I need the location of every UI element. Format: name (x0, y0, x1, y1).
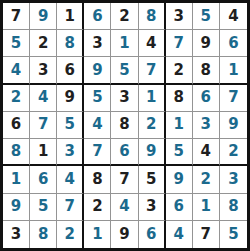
sudoku-cell-r6c6[interactable]: 9 (139, 139, 166, 166)
sudoku-cell-r1c8[interactable]: 5 (193, 3, 220, 30)
sudoku-cell-r5c3[interactable]: 5 (57, 112, 84, 139)
sudoku-cell-r5c7[interactable]: 1 (166, 112, 193, 139)
sudoku-cell-r6c4[interactable]: 7 (84, 139, 111, 166)
sudoku-cell-r6c5[interactable]: 6 (111, 139, 138, 166)
sudoku-cell-r6c8[interactable]: 4 (193, 139, 220, 166)
sudoku-cell-r3c3[interactable]: 6 (57, 57, 84, 84)
sudoku-cell-r5c5[interactable]: 8 (111, 112, 138, 139)
sudoku-cell-r9c6[interactable]: 6 (139, 221, 166, 248)
sudoku-cell-r2c1[interactable]: 5 (3, 30, 30, 57)
sudoku-cell-r9c8[interactable]: 7 (193, 221, 220, 248)
sudoku-cell-r6c9[interactable]: 2 (220, 139, 247, 166)
sudoku-cell-r2c7[interactable]: 7 (166, 30, 193, 57)
sudoku-cell-r3c5[interactable]: 5 (111, 57, 138, 84)
sudoku-cell-r3c2[interactable]: 3 (30, 57, 57, 84)
sudoku-cell-r2c8[interactable]: 9 (193, 30, 220, 57)
sudoku-cell-r3c9[interactable]: 1 (220, 57, 247, 84)
sudoku-cell-r4c6[interactable]: 1 (139, 85, 166, 112)
sudoku-cell-r8c9[interactable]: 8 (220, 194, 247, 221)
sudoku-cell-r8c3[interactable]: 7 (57, 194, 84, 221)
sudoku-cell-r8c1[interactable]: 9 (3, 194, 30, 221)
sudoku-cell-r5c2[interactable]: 7 (30, 112, 57, 139)
sudoku-cell-r4c5[interactable]: 3 (111, 85, 138, 112)
sudoku-cell-r4c2[interactable]: 4 (30, 85, 57, 112)
sudoku-board: 7916283545283147964369572812495318676754… (0, 0, 250, 251)
sudoku-cell-r4c9[interactable]: 7 (220, 85, 247, 112)
sudoku-cell-r9c9[interactable]: 5 (220, 221, 247, 248)
sudoku-cell-r5c6[interactable]: 2 (139, 112, 166, 139)
sudoku-cell-r3c6[interactable]: 7 (139, 57, 166, 84)
sudoku-cell-r7c9[interactable]: 3 (220, 166, 247, 193)
sudoku-cell-r6c7[interactable]: 5 (166, 139, 193, 166)
sudoku-cell-r3c1[interactable]: 4 (3, 57, 30, 84)
sudoku-cell-r3c4[interactable]: 9 (84, 57, 111, 84)
sudoku-cell-r2c3[interactable]: 8 (57, 30, 84, 57)
sudoku-cell-r7c5[interactable]: 7 (111, 166, 138, 193)
sudoku-cell-r4c1[interactable]: 2 (3, 85, 30, 112)
sudoku-cell-r8c6[interactable]: 3 (139, 194, 166, 221)
sudoku-cell-r3c7[interactable]: 2 (166, 57, 193, 84)
sudoku-cell-r4c4[interactable]: 5 (84, 85, 111, 112)
sudoku-cell-r1c9[interactable]: 4 (220, 3, 247, 30)
sudoku-cell-r5c8[interactable]: 3 (193, 112, 220, 139)
sudoku-cell-r8c8[interactable]: 1 (193, 194, 220, 221)
sudoku-cell-r7c3[interactable]: 4 (57, 166, 84, 193)
sudoku-cell-r2c6[interactable]: 4 (139, 30, 166, 57)
sudoku-cell-r4c3[interactable]: 9 (57, 85, 84, 112)
sudoku-cell-r9c1[interactable]: 3 (3, 221, 30, 248)
sudoku-cell-r8c7[interactable]: 6 (166, 194, 193, 221)
sudoku-cell-r6c1[interactable]: 8 (3, 139, 30, 166)
sudoku-cell-r5c1[interactable]: 6 (3, 112, 30, 139)
sudoku-cell-r2c5[interactable]: 1 (111, 30, 138, 57)
sudoku-cell-r2c4[interactable]: 3 (84, 30, 111, 57)
sudoku-cell-r8c5[interactable]: 4 (111, 194, 138, 221)
sudoku-cell-r9c7[interactable]: 4 (166, 221, 193, 248)
sudoku-cell-r2c2[interactable]: 2 (30, 30, 57, 57)
sudoku-cell-r9c2[interactable]: 8 (30, 221, 57, 248)
sudoku-cell-r7c1[interactable]: 1 (3, 166, 30, 193)
sudoku-cell-r7c6[interactable]: 5 (139, 166, 166, 193)
sudoku-cell-r1c3[interactable]: 1 (57, 3, 84, 30)
sudoku-cell-r8c4[interactable]: 2 (84, 194, 111, 221)
sudoku-cell-r3c8[interactable]: 8 (193, 57, 220, 84)
sudoku-cell-r7c8[interactable]: 2 (193, 166, 220, 193)
sudoku-cell-r6c3[interactable]: 3 (57, 139, 84, 166)
sudoku-cell-r2c9[interactable]: 6 (220, 30, 247, 57)
sudoku-cell-r5c9[interactable]: 9 (220, 112, 247, 139)
sudoku-cell-r7c2[interactable]: 6 (30, 166, 57, 193)
sudoku-cell-r1c5[interactable]: 2 (111, 3, 138, 30)
sudoku-cell-r8c2[interactable]: 5 (30, 194, 57, 221)
sudoku-cell-r1c7[interactable]: 3 (166, 3, 193, 30)
sudoku-cell-r4c7[interactable]: 8 (166, 85, 193, 112)
sudoku-cell-r7c4[interactable]: 8 (84, 166, 111, 193)
sudoku-cell-r1c4[interactable]: 6 (84, 3, 111, 30)
sudoku-cell-r1c1[interactable]: 7 (3, 3, 30, 30)
sudoku-cell-r4c8[interactable]: 6 (193, 85, 220, 112)
sudoku-cell-r9c5[interactable]: 9 (111, 221, 138, 248)
sudoku-cell-r7c7[interactable]: 9 (166, 166, 193, 193)
sudoku-cell-r9c3[interactable]: 2 (57, 221, 84, 248)
sudoku-cell-r9c4[interactable]: 1 (84, 221, 111, 248)
sudoku-cell-r5c4[interactable]: 4 (84, 112, 111, 139)
sudoku-cell-r6c2[interactable]: 1 (30, 139, 57, 166)
sudoku-cell-r1c2[interactable]: 9 (30, 3, 57, 30)
sudoku-cell-r1c6[interactable]: 8 (139, 3, 166, 30)
